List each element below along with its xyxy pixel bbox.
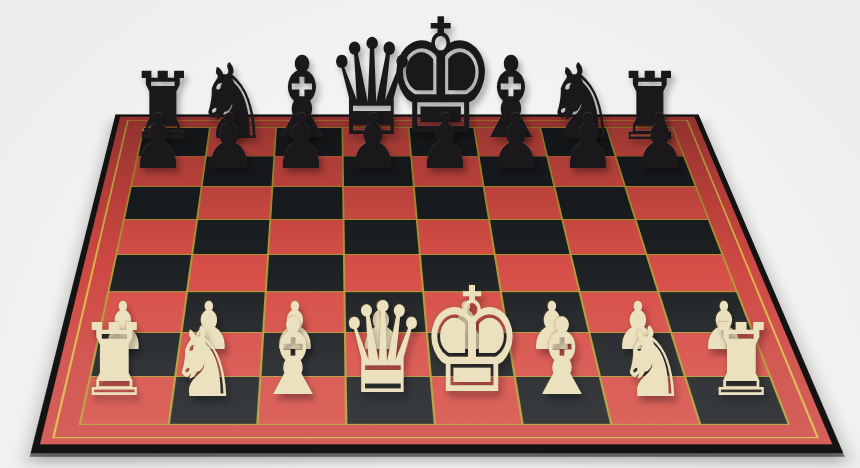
square-g6[interactable] bbox=[555, 187, 634, 219]
piece-black-pawn-e7[interactable]: ♟ bbox=[417, 104, 472, 180]
square-g4[interactable] bbox=[571, 254, 656, 291]
piece-black-pawn-a7[interactable]: ♟ bbox=[130, 104, 185, 180]
square-c4[interactable] bbox=[266, 254, 342, 291]
piece-black-pawn-h7[interactable]: ♟ bbox=[632, 104, 687, 180]
piece-white-rook-h1[interactable]: ♜ bbox=[705, 311, 777, 411]
square-d5[interactable] bbox=[344, 219, 418, 253]
square-f5[interactable] bbox=[490, 219, 569, 253]
square-e6[interactable] bbox=[414, 187, 488, 219]
piece-black-pawn-b7[interactable]: ♟ bbox=[202, 104, 257, 180]
piece-white-queen-d1[interactable]: ♛ bbox=[338, 286, 428, 412]
square-b6[interactable] bbox=[198, 187, 271, 219]
square-h4[interactable] bbox=[647, 254, 735, 291]
piece-white-knight-g1[interactable]: ♞ bbox=[617, 313, 687, 410]
square-a4[interactable] bbox=[109, 254, 191, 291]
piece-black-pawn-f7[interactable]: ♟ bbox=[489, 104, 544, 180]
square-h6[interactable] bbox=[626, 187, 707, 219]
piece-white-bishop-c1[interactable]: ♝ bbox=[255, 305, 331, 411]
square-f6[interactable] bbox=[485, 187, 561, 219]
photo-background: ♜♞♝♛♚♝♞♜♟♟♟♟♟♟♟♟♟♟♟♟♟♟♟♟♜♞♝♛♚♝♞♜ bbox=[0, 0, 860, 468]
square-c6[interactable] bbox=[271, 187, 342, 219]
piece-black-pawn-d7[interactable]: ♟ bbox=[346, 104, 401, 180]
square-b5[interactable] bbox=[193, 219, 269, 253]
chess-board-scene: ♜♞♝♛♚♝♞♜♟♟♟♟♟♟♟♟♟♟♟♟♟♟♟♟♜♞♝♛♚♝♞♜ bbox=[0, 0, 860, 468]
square-b4[interactable] bbox=[187, 254, 266, 291]
piece-black-pawn-c7[interactable]: ♟ bbox=[274, 104, 329, 180]
piece-white-knight-b1[interactable]: ♞ bbox=[169, 313, 239, 410]
piece-white-king-e1[interactable]: ♚ bbox=[420, 267, 524, 412]
square-a6[interactable] bbox=[124, 187, 200, 219]
square-g5[interactable] bbox=[563, 219, 645, 253]
square-c5[interactable] bbox=[268, 219, 342, 253]
piece-white-rook-a1[interactable]: ♜ bbox=[78, 311, 150, 411]
square-d6[interactable] bbox=[343, 187, 415, 219]
piece-white-bishop-f1[interactable]: ♝ bbox=[524, 305, 600, 411]
piece-black-pawn-g7[interactable]: ♟ bbox=[561, 104, 616, 180]
square-e5[interactable] bbox=[417, 219, 494, 253]
square-h5[interactable] bbox=[636, 219, 721, 253]
square-a5[interactable] bbox=[117, 219, 196, 253]
